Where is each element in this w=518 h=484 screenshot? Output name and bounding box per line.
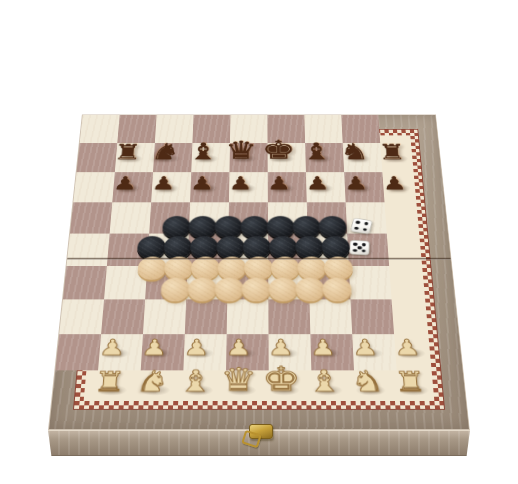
die-2-showing-5[interactable] (349, 239, 370, 256)
white-pawn-e2[interactable]: ♟ (260, 326, 302, 358)
brass-clasp (249, 424, 273, 439)
king-glyph: ♚ (262, 364, 301, 395)
folding-chess-board: ♜♞♝♛♚♝♞♜♟♟♟♟♟♟♟♟♟♟♟♟♟♟♟♟♜♞♝♛♚♝♞♜ (48, 114, 470, 430)
black-bishop-f8[interactable]: ♝ (297, 137, 336, 163)
pawn-glyph: ♟ (344, 175, 369, 192)
die-1-showing-4[interactable] (350, 216, 373, 234)
pawn-glyph: ♟ (183, 337, 209, 358)
black-pawn-a7[interactable]: ♟ (105, 165, 145, 192)
white-pawn-f2[interactable]: ♟ (302, 326, 345, 358)
die-pip (357, 246, 361, 249)
bishop-glyph: ♝ (307, 367, 342, 395)
queen-glyph: ♛ (225, 139, 258, 162)
black-knight-g8[interactable]: ♞ (335, 137, 374, 163)
die-pip (362, 228, 367, 231)
pawn-glyph: ♟ (268, 337, 294, 358)
black-pawn-b7[interactable]: ♟ (144, 165, 184, 192)
white-queen-d1[interactable]: ♛ (217, 362, 260, 395)
king-glyph: ♚ (262, 138, 296, 162)
white-knight-g1[interactable]: ♞ (345, 362, 390, 395)
bishop-glyph: ♝ (188, 141, 219, 163)
pawn-glyph: ♟ (229, 175, 253, 192)
die-pip (354, 226, 359, 229)
pawn-glyph: ♟ (310, 337, 336, 358)
black-king-e8[interactable]: ♚ (260, 137, 298, 163)
black-pawn-h7[interactable]: ♟ (374, 165, 414, 192)
black-pawn-g7[interactable]: ♟ (336, 165, 376, 192)
black-pawn-c7[interactable]: ♟ (183, 165, 222, 192)
bishop-glyph: ♝ (178, 367, 213, 395)
die-pip (353, 249, 357, 252)
black-knight-b8[interactable]: ♞ (146, 137, 185, 163)
board-frame: ♜♞♝♛♚♝♞♜♟♟♟♟♟♟♟♟♟♟♟♟♟♟♟♟♜♞♝♛♚♝♞♜ (48, 114, 470, 430)
pawn-glyph: ♟ (226, 337, 252, 358)
white-king-e1[interactable]: ♚ (260, 362, 303, 395)
die-pip (356, 221, 361, 224)
black-pawn-d7[interactable]: ♟ (221, 165, 260, 192)
die-face (349, 240, 370, 255)
bishop-glyph: ♝ (301, 141, 332, 163)
pawn-glyph: ♟ (151, 175, 175, 192)
white-rook-h1[interactable]: ♜ (387, 362, 432, 395)
pawn-glyph: ♟ (141, 337, 168, 358)
queen-glyph: ♛ (220, 365, 257, 395)
rook-glyph: ♜ (377, 142, 406, 162)
white-pawn-b2[interactable]: ♟ (133, 326, 177, 358)
knight-glyph: ♞ (339, 141, 369, 162)
pawn-glyph: ♟ (267, 175, 291, 192)
product-photo-scene: ♜♞♝♛♚♝♞♜♟♟♟♟♟♟♟♟♟♟♟♟♟♟♟♟♜♞♝♛♚♝♞♜ (0, 0, 518, 484)
die-pip (353, 243, 357, 246)
white-pawn-d2[interactable]: ♟ (218, 326, 260, 358)
black-pawn-f7[interactable]: ♟ (298, 165, 337, 192)
pawn-glyph: ♟ (99, 337, 126, 358)
pawn-glyph: ♟ (113, 175, 138, 192)
pawn-glyph: ♟ (306, 175, 330, 192)
die-pip (364, 222, 369, 225)
black-bishop-c8[interactable]: ♝ (184, 137, 223, 163)
die-pip (362, 243, 366, 246)
pawn-glyph: ♟ (352, 337, 379, 358)
black-pawn-e7[interactable]: ♟ (260, 165, 299, 192)
white-pawn-a2[interactable]: ♟ (90, 326, 135, 358)
pawn-glyph: ♟ (394, 337, 421, 358)
die-pip (361, 249, 365, 252)
die-face (350, 218, 373, 235)
white-pawn-h2[interactable]: ♟ (385, 326, 430, 358)
rook-glyph: ♜ (394, 369, 428, 395)
pawn-glyph: ♟ (382, 175, 407, 192)
rook-glyph: ♜ (93, 369, 127, 395)
white-rook-a1[interactable]: ♜ (87, 362, 132, 395)
knight-glyph: ♞ (150, 141, 180, 162)
knight-glyph: ♞ (135, 368, 170, 395)
white-pawn-c2[interactable]: ♟ (175, 326, 218, 358)
knight-glyph: ♞ (350, 368, 385, 395)
white-bishop-f1[interactable]: ♝ (302, 362, 346, 395)
pawn-glyph: ♟ (190, 175, 214, 192)
black-queen-d8[interactable]: ♛ (222, 137, 260, 163)
white-pawn-g2[interactable]: ♟ (343, 326, 387, 358)
white-knight-b1[interactable]: ♞ (130, 362, 175, 395)
white-bishop-c1[interactable]: ♝ (174, 362, 218, 395)
rook-glyph: ♜ (113, 142, 142, 162)
black-rook-h8[interactable]: ♜ (372, 137, 412, 163)
black-rook-a8[interactable]: ♜ (108, 137, 148, 163)
